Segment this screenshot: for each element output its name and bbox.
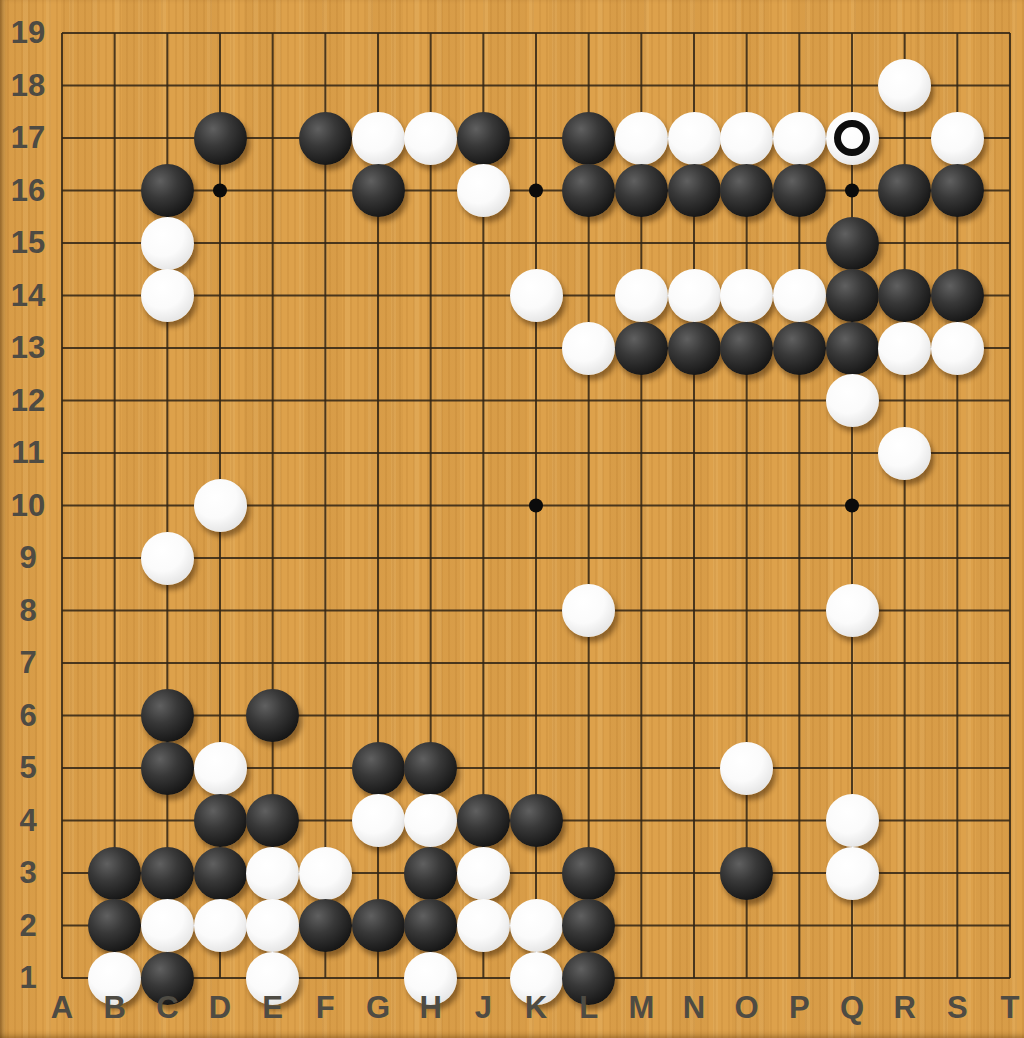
stone-white-R13 xyxy=(878,322,931,375)
row-label-4: 4 xyxy=(5,800,51,842)
stone-black-L16 xyxy=(562,164,615,217)
row-label-8: 8 xyxy=(5,590,51,632)
row-label-9: 9 xyxy=(5,537,51,579)
row-label-12: 12 xyxy=(5,380,51,422)
stone-white-Q4 xyxy=(826,794,879,847)
stone-white-G17 xyxy=(352,112,405,165)
stone-black-J17 xyxy=(457,112,510,165)
stone-black-E6 xyxy=(246,689,299,742)
stone-white-M17 xyxy=(615,112,668,165)
col-label-M: M xyxy=(618,987,664,1029)
stone-white-S17 xyxy=(931,112,984,165)
stone-white-R11 xyxy=(878,427,931,480)
star-point-K10 xyxy=(529,499,543,513)
stone-black-S14 xyxy=(931,269,984,322)
stone-white-D10 xyxy=(194,479,247,532)
col-label-J: J xyxy=(460,987,506,1029)
stone-white-E3 xyxy=(246,847,299,900)
stone-white-S13 xyxy=(931,322,984,375)
go-board[interactable] xyxy=(0,0,1024,1038)
stone-black-O16 xyxy=(720,164,773,217)
row-label-11: 11 xyxy=(5,432,51,474)
col-label-L: L xyxy=(566,987,612,1029)
stone-black-L17 xyxy=(562,112,615,165)
stone-white-R18 xyxy=(878,59,931,112)
stone-black-Q14 xyxy=(826,269,879,322)
stone-black-R14 xyxy=(878,269,931,322)
stone-white-P14 xyxy=(773,269,826,322)
stone-black-Q15 xyxy=(826,217,879,270)
stone-white-D2 xyxy=(194,899,247,952)
stone-black-O13 xyxy=(720,322,773,375)
stone-white-K2 xyxy=(510,899,563,952)
stone-black-C16 xyxy=(141,164,194,217)
col-label-E: E xyxy=(250,987,296,1029)
stone-black-C6 xyxy=(141,689,194,742)
stone-white-O14 xyxy=(720,269,773,322)
stone-black-L3 xyxy=(562,847,615,900)
stone-white-Q8 xyxy=(826,584,879,637)
stone-black-F17 xyxy=(299,112,352,165)
last-move-marker-Q17 xyxy=(834,120,870,156)
stone-black-R16 xyxy=(878,164,931,217)
stone-black-H3 xyxy=(404,847,457,900)
stone-black-Q13 xyxy=(826,322,879,375)
stone-black-D17 xyxy=(194,112,247,165)
row-label-13: 13 xyxy=(5,327,51,369)
stone-black-C3 xyxy=(141,847,194,900)
stone-black-P13 xyxy=(773,322,826,375)
col-label-Q: Q xyxy=(829,987,875,1029)
stone-black-E4 xyxy=(246,794,299,847)
col-label-G: G xyxy=(355,987,401,1029)
stone-black-G5 xyxy=(352,742,405,795)
col-label-B: B xyxy=(92,987,138,1029)
row-label-16: 16 xyxy=(5,170,51,212)
stone-black-C5 xyxy=(141,742,194,795)
row-label-7: 7 xyxy=(5,642,51,684)
stone-white-J3 xyxy=(457,847,510,900)
stone-black-H5 xyxy=(404,742,457,795)
row-label-18: 18 xyxy=(5,65,51,107)
star-point-K16 xyxy=(529,184,543,198)
row-label-15: 15 xyxy=(5,222,51,264)
row-label-6: 6 xyxy=(5,695,51,737)
stone-white-G4 xyxy=(352,794,405,847)
stone-white-C9 xyxy=(141,532,194,585)
col-label-O: O xyxy=(724,987,770,1029)
stone-black-H2 xyxy=(404,899,457,952)
stone-black-N13 xyxy=(668,322,721,375)
stone-black-J4 xyxy=(457,794,510,847)
col-label-C: C xyxy=(144,987,190,1029)
stone-white-O5 xyxy=(720,742,773,795)
stone-white-Q3 xyxy=(826,847,879,900)
row-label-2: 2 xyxy=(5,905,51,947)
star-point-D16 xyxy=(213,184,227,198)
col-label-R: R xyxy=(882,987,928,1029)
stone-black-M16 xyxy=(615,164,668,217)
row-label-17: 17 xyxy=(5,117,51,159)
stone-black-P16 xyxy=(773,164,826,217)
stone-white-C2 xyxy=(141,899,194,952)
stone-black-O3 xyxy=(720,847,773,900)
stone-white-D5 xyxy=(194,742,247,795)
go-board-app: 19181716151413121110987654321 ABCDEFGHJK… xyxy=(0,0,1024,1038)
stone-white-L8 xyxy=(562,584,615,637)
stone-white-N14 xyxy=(668,269,721,322)
stone-white-J2 xyxy=(457,899,510,952)
stone-black-M13 xyxy=(615,322,668,375)
stone-black-L2 xyxy=(562,899,615,952)
stone-white-C15 xyxy=(141,217,194,270)
col-label-K: K xyxy=(513,987,559,1029)
col-label-S: S xyxy=(934,987,980,1029)
stone-black-S16 xyxy=(931,164,984,217)
row-label-10: 10 xyxy=(5,485,51,527)
stone-white-Q12 xyxy=(826,374,879,427)
stone-white-P17 xyxy=(773,112,826,165)
stone-white-M14 xyxy=(615,269,668,322)
stone-black-K4 xyxy=(510,794,563,847)
col-label-T: T xyxy=(987,987,1024,1029)
stone-black-B2 xyxy=(88,899,141,952)
star-point-Q10 xyxy=(845,499,859,513)
col-label-N: N xyxy=(671,987,717,1029)
row-label-14: 14 xyxy=(5,275,51,317)
col-label-H: H xyxy=(408,987,454,1029)
stone-black-D3 xyxy=(194,847,247,900)
stone-white-K14 xyxy=(510,269,563,322)
stone-white-C14 xyxy=(141,269,194,322)
col-label-F: F xyxy=(302,987,348,1029)
stone-black-N16 xyxy=(668,164,721,217)
stone-black-B3 xyxy=(88,847,141,900)
star-point-Q16 xyxy=(845,184,859,198)
stone-white-H4 xyxy=(404,794,457,847)
row-label-5: 5 xyxy=(5,747,51,789)
col-label-P: P xyxy=(776,987,822,1029)
col-label-A: A xyxy=(39,987,85,1029)
stone-white-O17 xyxy=(720,112,773,165)
row-label-19: 19 xyxy=(5,12,51,54)
col-label-D: D xyxy=(197,987,243,1029)
stone-white-N17 xyxy=(668,112,721,165)
stone-black-D4 xyxy=(194,794,247,847)
stone-white-F3 xyxy=(299,847,352,900)
row-label-3: 3 xyxy=(5,852,51,894)
stone-black-G16 xyxy=(352,164,405,217)
stone-black-G2 xyxy=(352,899,405,952)
stone-white-J16 xyxy=(457,164,510,217)
stone-white-L13 xyxy=(562,322,615,375)
stone-white-H17 xyxy=(404,112,457,165)
stone-white-E2 xyxy=(246,899,299,952)
stone-black-F2 xyxy=(299,899,352,952)
